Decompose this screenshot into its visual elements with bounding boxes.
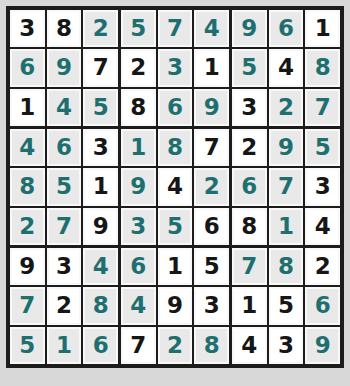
cell-r5c2[interactable]: 5 [47,168,82,205]
cell-r2c2[interactable]: 9 [47,49,82,86]
cell-r9c2[interactable]: 1 [47,327,82,364]
cell-r7c2[interactable]: 3 [47,248,82,285]
cell-r6c2[interactable]: 7 [47,208,82,245]
box-r2c1: 463851279 [10,129,118,245]
cell-r3c2[interactable]: 4 [47,89,82,126]
cell-r3c4[interactable]: 8 [121,89,156,126]
cell-r3c8[interactable]: 2 [269,89,304,126]
cell-r3c1[interactable]: 1 [10,89,45,126]
cell-r6c9[interactable]: 4 [305,208,340,245]
cell-r9c3[interactable]: 6 [83,327,118,364]
cell-r5c5[interactable]: 4 [158,168,193,205]
cell-r6c5[interactable]: 5 [158,208,193,245]
cell-r8c5[interactable]: 9 [158,287,193,324]
cell-r5c3[interactable]: 1 [83,168,118,205]
cell-r5c8[interactable]: 7 [269,168,304,205]
cell-r6c6[interactable]: 6 [194,208,229,245]
box-r3c1: 934728516 [10,248,118,364]
cell-r8c1[interactable]: 7 [10,287,45,324]
cell-r6c7[interactable]: 8 [232,208,267,245]
cell-r2c8[interactable]: 4 [269,49,304,86]
cell-r1c7[interactable]: 9 [232,10,267,47]
cell-r2c7[interactable]: 5 [232,49,267,86]
cell-r2c5[interactable]: 3 [158,49,193,86]
cell-r8c6[interactable]: 3 [194,287,229,324]
cell-r4c9[interactable]: 5 [305,129,340,166]
cell-r5c1[interactable]: 8 [10,168,45,205]
cell-r3c6[interactable]: 9 [194,89,229,126]
cell-r1c2[interactable]: 8 [47,10,82,47]
cell-r8c9[interactable]: 6 [305,287,340,324]
cell-r4c5[interactable]: 8 [158,129,193,166]
cell-r5c9[interactable]: 3 [305,168,340,205]
cell-r9c1[interactable]: 5 [10,327,45,364]
cell-r7c6[interactable]: 5 [194,248,229,285]
cell-r2c3[interactable]: 7 [83,49,118,86]
box-r1c3: 961548327 [232,10,340,126]
cell-r1c5[interactable]: 7 [158,10,193,47]
cell-r2c6[interactable]: 1 [194,49,229,86]
cell-r5c6[interactable]: 2 [194,168,229,205]
box-r3c2: 615493728 [121,248,229,364]
cell-r1c9[interactable]: 1 [305,10,340,47]
cell-r7c4[interactable]: 6 [121,248,156,285]
cell-r6c3[interactable]: 9 [83,208,118,245]
cell-r1c3[interactable]: 2 [83,10,118,47]
cell-r8c8[interactable]: 5 [269,287,304,324]
cell-r3c3[interactable]: 5 [83,89,118,126]
cell-r3c7[interactable]: 3 [232,89,267,126]
cell-r9c7[interactable]: 4 [232,327,267,364]
cell-r7c8[interactable]: 8 [269,248,304,285]
cell-r6c4[interactable]: 3 [121,208,156,245]
cell-r8c7[interactable]: 1 [232,287,267,324]
cell-r7c1[interactable]: 9 [10,248,45,285]
cell-r8c4[interactable]: 4 [121,287,156,324]
cell-r3c5[interactable]: 6 [158,89,193,126]
cell-r9c6[interactable]: 8 [194,327,229,364]
cell-r8c2[interactable]: 2 [47,287,82,324]
cell-r9c9[interactable]: 9 [305,327,340,364]
cell-r5c4[interactable]: 9 [121,168,156,205]
cell-r6c1[interactable]: 2 [10,208,45,245]
sudoku-board: 3826971455742318699615483274638512791879… [6,6,344,368]
cell-r4c2[interactable]: 6 [47,129,82,166]
cell-r5c7[interactable]: 6 [232,168,267,205]
cell-r4c1[interactable]: 4 [10,129,45,166]
cell-r9c5[interactable]: 2 [158,327,193,364]
cell-r1c8[interactable]: 6 [269,10,304,47]
cell-r4c6[interactable]: 7 [194,129,229,166]
box-r2c2: 187942356 [121,129,229,245]
cell-r1c4[interactable]: 5 [121,10,156,47]
box-r3c3: 782156439 [232,248,340,364]
cell-r4c8[interactable]: 9 [269,129,304,166]
cell-r7c9[interactable]: 2 [305,248,340,285]
cell-r2c1[interactable]: 6 [10,49,45,86]
cell-r7c3[interactable]: 4 [83,248,118,285]
cell-r7c5[interactable]: 1 [158,248,193,285]
cell-r3c9[interactable]: 7 [305,89,340,126]
cell-r2c9[interactable]: 8 [305,49,340,86]
cell-r1c6[interactable]: 4 [194,10,229,47]
cell-r8c3[interactable]: 8 [83,287,118,324]
cell-r9c8[interactable]: 3 [269,327,304,364]
cell-r6c8[interactable]: 1 [269,208,304,245]
cell-r7c7[interactable]: 7 [232,248,267,285]
cell-r4c3[interactable]: 3 [83,129,118,166]
box-r1c2: 574231869 [121,10,229,126]
box-r2c3: 295673814 [232,129,340,245]
cell-r2c4[interactable]: 2 [121,49,156,86]
cell-r4c4[interactable]: 1 [121,129,156,166]
cell-r4c7[interactable]: 2 [232,129,267,166]
cell-r9c4[interactable]: 7 [121,327,156,364]
cell-r1c1[interactable]: 3 [10,10,45,47]
box-r1c1: 382697145 [10,10,118,126]
